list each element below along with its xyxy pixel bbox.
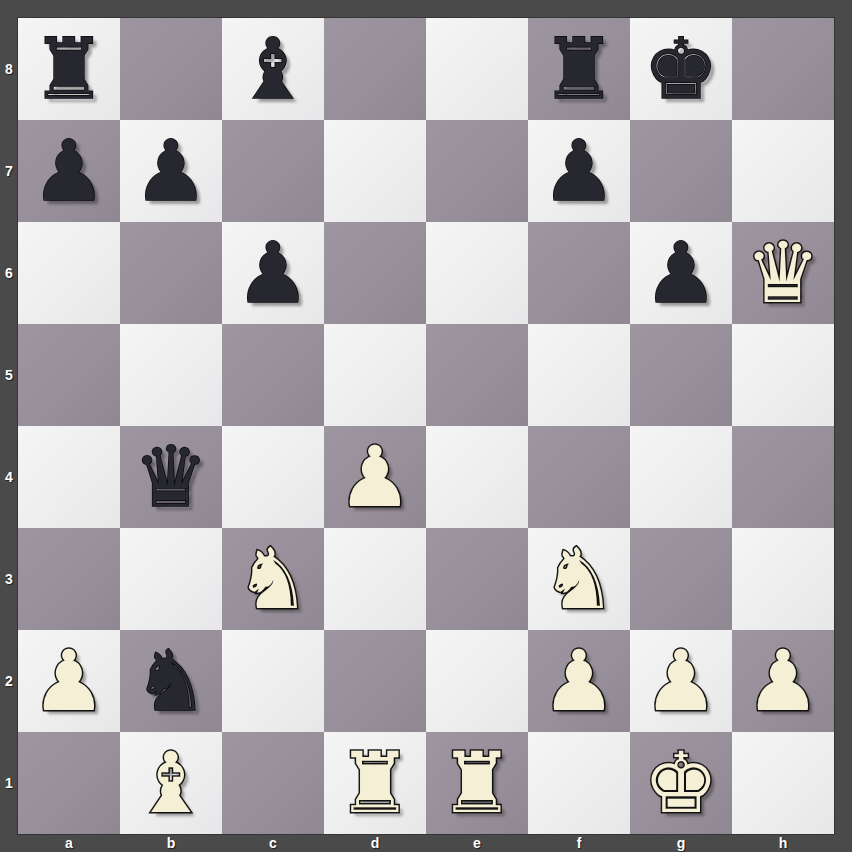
square-c8[interactable]: ♝ [222,18,324,120]
square-a5[interactable] [18,324,120,426]
square-g5[interactable] [630,324,732,426]
piece-white-pawn[interactable]: ♟ [541,639,616,723]
square-b7[interactable]: ♟ [120,120,222,222]
square-b6[interactable] [120,222,222,324]
square-g6[interactable]: ♟ [630,222,732,324]
piece-black-rook[interactable]: ♜ [31,27,106,111]
square-a4[interactable] [18,426,120,528]
piece-white-queen[interactable]: ♛ [745,231,820,315]
square-d2[interactable] [324,630,426,732]
square-d6[interactable] [324,222,426,324]
square-d3[interactable] [324,528,426,630]
square-d8[interactable] [324,18,426,120]
rank-label-2: 2 [0,630,18,732]
piece-white-pawn[interactable]: ♟ [643,639,718,723]
piece-white-rook[interactable]: ♜ [337,741,412,825]
rank-label-1: 1 [0,732,18,834]
square-c5[interactable] [222,324,324,426]
piece-black-pawn[interactable]: ♟ [235,231,310,315]
piece-black-pawn[interactable]: ♟ [133,129,208,213]
square-d4[interactable]: ♟ [324,426,426,528]
square-g2[interactable]: ♟ [630,630,732,732]
square-c3[interactable]: ♞ [222,528,324,630]
square-f8[interactable]: ♜ [528,18,630,120]
square-a2[interactable]: ♟ [18,630,120,732]
square-d7[interactable] [324,120,426,222]
square-b8[interactable] [120,18,222,120]
piece-white-bishop[interactable]: ♝ [133,741,208,825]
square-g7[interactable] [630,120,732,222]
piece-black-king[interactable]: ♚ [643,27,718,111]
file-label-h: h [732,834,834,852]
square-h4[interactable] [732,426,834,528]
piece-white-pawn[interactable]: ♟ [31,639,106,723]
square-e3[interactable] [426,528,528,630]
square-b2[interactable]: ♞ [120,630,222,732]
piece-white-king[interactable]: ♚ [643,741,718,825]
square-g3[interactable] [630,528,732,630]
file-label-e: e [426,834,528,852]
chess-board: ♜♝♜♚♟♟♟♟♟♛♛♟♞♞♟♞♟♟♟♝♜♜♚ [18,18,834,834]
square-b5[interactable] [120,324,222,426]
piece-black-bishop[interactable]: ♝ [235,27,310,111]
square-c2[interactable] [222,630,324,732]
rank-label-6: 6 [0,222,18,324]
square-g4[interactable] [630,426,732,528]
piece-white-knight[interactable]: ♞ [541,537,616,621]
square-a1[interactable] [18,732,120,834]
square-c6[interactable]: ♟ [222,222,324,324]
rank-label-8: 8 [0,18,18,120]
piece-white-knight[interactable]: ♞ [235,537,310,621]
square-h7[interactable] [732,120,834,222]
piece-black-knight[interactable]: ♞ [133,639,208,723]
piece-black-queen[interactable]: ♛ [133,435,208,519]
square-d5[interactable] [324,324,426,426]
square-a8[interactable]: ♜ [18,18,120,120]
rank-label-5: 5 [0,324,18,426]
square-h5[interactable] [732,324,834,426]
square-g1[interactable]: ♚ [630,732,732,834]
square-e2[interactable] [426,630,528,732]
square-e7[interactable] [426,120,528,222]
square-h2[interactable]: ♟ [732,630,834,732]
square-f2[interactable]: ♟ [528,630,630,732]
square-f1[interactable] [528,732,630,834]
square-e1[interactable]: ♜ [426,732,528,834]
square-a6[interactable] [18,222,120,324]
piece-black-rook[interactable]: ♜ [541,27,616,111]
piece-white-pawn[interactable]: ♟ [745,639,820,723]
piece-black-pawn[interactable]: ♟ [541,129,616,213]
square-f3[interactable]: ♞ [528,528,630,630]
piece-black-pawn[interactable]: ♟ [643,231,718,315]
file-label-d: d [324,834,426,852]
square-e5[interactable] [426,324,528,426]
square-e4[interactable] [426,426,528,528]
square-c4[interactable] [222,426,324,528]
square-h8[interactable] [732,18,834,120]
piece-white-rook[interactable]: ♜ [439,741,514,825]
square-f7[interactable]: ♟ [528,120,630,222]
file-label-f: f [528,834,630,852]
square-b4[interactable]: ♛ [120,426,222,528]
file-label-a: a [18,834,120,852]
square-a7[interactable]: ♟ [18,120,120,222]
square-f5[interactable] [528,324,630,426]
square-h1[interactable] [732,732,834,834]
square-d1[interactable]: ♜ [324,732,426,834]
square-e8[interactable] [426,18,528,120]
rank-labels: 87654321 [0,18,18,834]
piece-black-pawn[interactable]: ♟ [31,129,106,213]
file-label-c: c [222,834,324,852]
square-f6[interactable] [528,222,630,324]
file-label-b: b [120,834,222,852]
square-f4[interactable] [528,426,630,528]
square-c7[interactable] [222,120,324,222]
square-b1[interactable]: ♝ [120,732,222,834]
square-b3[interactable] [120,528,222,630]
file-label-g: g [630,834,732,852]
square-h3[interactable] [732,528,834,630]
square-e6[interactable] [426,222,528,324]
square-c1[interactable] [222,732,324,834]
square-a3[interactable] [18,528,120,630]
rank-label-4: 4 [0,426,18,528]
rank-label-3: 3 [0,528,18,630]
square-h6[interactable]: ♛ [732,222,834,324]
chess-board-frame: 87654321 abcdefgh ♜♝♜♚♟♟♟♟♟♛♛♟♞♞♟♞♟♟♟♝♜♜… [0,0,852,852]
file-labels: abcdefgh [18,834,834,852]
piece-white-pawn[interactable]: ♟ [337,435,412,519]
square-g8[interactable]: ♚ [630,18,732,120]
rank-label-7: 7 [0,120,18,222]
